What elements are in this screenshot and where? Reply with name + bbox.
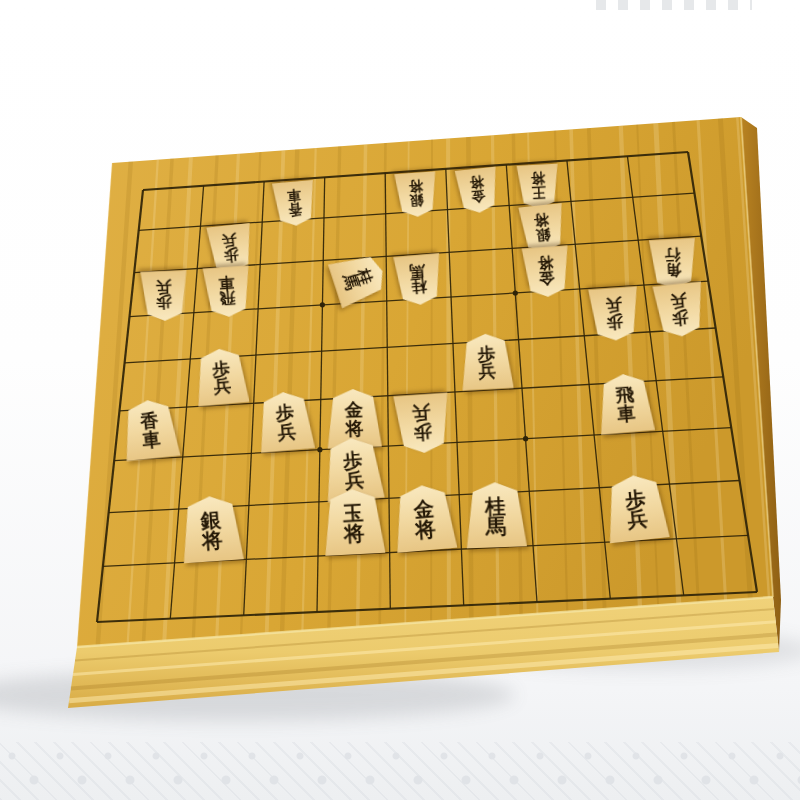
piece-kanji: 兵 xyxy=(155,279,171,295)
piece-kanji: 将 xyxy=(408,179,423,194)
piece-face: 歩兵 xyxy=(256,390,315,453)
shogi-piece-gold-gote[interactable]: 金将 xyxy=(455,166,501,214)
shogi-piece-rook-gote[interactable]: 飛車 xyxy=(203,266,252,319)
shogi-piece-pawn-gote[interactable]: 歩兵 xyxy=(653,282,707,339)
shogi-piece-king-gote[interactable]: 王将 xyxy=(517,163,560,209)
piece-face: 王将 xyxy=(517,163,560,209)
piece-kanji: 馬 xyxy=(340,272,360,292)
piece-kanji: 兵 xyxy=(627,508,650,531)
piece-face: 歩兵 xyxy=(604,472,671,543)
shogi-board[interactable]: 香車銀将金将王将歩兵銀将歩兵飛車桂馬桂馬金将角行歩兵歩兵歩兵歩兵香車歩兵金将歩兵… xyxy=(0,0,800,800)
piece-kanji: 将 xyxy=(533,212,549,228)
piece-face: 金将 xyxy=(455,166,501,214)
shogi-piece-pawn-sente[interactable]: 歩兵 xyxy=(256,390,315,453)
piece-face: 香車 xyxy=(272,179,317,227)
shogi-piece-king-sente[interactable]: 玉将 xyxy=(322,488,386,556)
shogi-piece-knight-sente[interactable]: 桂馬 xyxy=(464,481,526,548)
shogi-piece-rook-sente[interactable]: 飛車 xyxy=(596,371,655,434)
piece-face: 金将 xyxy=(392,483,458,553)
piece-kanji: 馬 xyxy=(485,516,506,537)
piece-face: 歩兵 xyxy=(193,346,249,406)
piece-face: 歩兵 xyxy=(653,282,707,339)
piece-face: 桂馬 xyxy=(394,254,444,308)
piece-kanji: 将 xyxy=(469,175,484,190)
piece-face: 香車 xyxy=(120,397,180,461)
piece-kanji: 馬 xyxy=(409,263,426,280)
piece-kanji: 兵 xyxy=(412,403,432,423)
piece-kanji: 歩 xyxy=(606,312,624,330)
piece-kanji: 王 xyxy=(531,185,546,200)
piece-kanji: 兵 xyxy=(277,422,297,442)
piece-kanji: 兵 xyxy=(605,296,623,314)
piece-kanji: 将 xyxy=(345,419,364,438)
shogi-piece-pawn-gote[interactable]: 歩兵 xyxy=(589,286,641,342)
piece-kanji: 兵 xyxy=(670,292,688,310)
piece-kanji: 車 xyxy=(286,187,301,202)
shogi-piece-pawn-sente[interactable]: 歩兵 xyxy=(604,472,671,543)
shogi-piece-pawn-sente[interactable]: 歩兵 xyxy=(193,346,249,406)
hoshi-dot xyxy=(320,302,325,307)
shogi-piece-lance-gote[interactable]: 香車 xyxy=(272,179,317,227)
piece-kanji: 兵 xyxy=(478,362,496,380)
hoshi-dot xyxy=(317,447,322,452)
shogi-piece-knight-gote[interactable]: 桂馬 xyxy=(394,254,444,308)
piece-kanji: 銀 xyxy=(409,193,424,208)
shogi-piece-silver-gote[interactable]: 銀将 xyxy=(394,171,438,218)
page: { "game": { "name": "Shogi (Japanese che… xyxy=(0,0,800,800)
piece-kanji: 行 xyxy=(664,247,680,264)
piece-kanji: 車 xyxy=(141,430,161,450)
shogi-piece-gold-gote[interactable]: 金将 xyxy=(521,246,570,299)
product-photo-stage: 香車銀将金将王将歩兵銀将歩兵飛車桂馬桂馬金将角行歩兵歩兵歩兵歩兵香車歩兵金将歩兵… xyxy=(0,0,800,800)
piece-kanji: 兵 xyxy=(344,470,365,491)
piece-kanji: 車 xyxy=(616,404,636,424)
piece-face: 桂馬 xyxy=(464,481,526,548)
shogi-piece-pawn-gote[interactable]: 歩兵 xyxy=(140,271,188,322)
piece-kanji: 車 xyxy=(219,275,236,292)
hoshi-dot xyxy=(523,436,528,441)
piece-kanji: 将 xyxy=(537,255,554,272)
hoshi-dot xyxy=(513,290,518,295)
piece-kanji: 将 xyxy=(414,519,436,541)
piece-face: 飛車 xyxy=(203,266,252,319)
piece-face: 歩兵 xyxy=(393,392,451,454)
piece-kanji: 将 xyxy=(531,171,546,186)
shogi-piece-pawn-sente[interactable]: 歩兵 xyxy=(460,332,514,390)
piece-kanji: 兵 xyxy=(213,377,232,396)
decorative-pattern-band xyxy=(0,742,800,800)
piece-kanji: 将 xyxy=(202,530,224,552)
piece-kanji: 兵 xyxy=(221,232,237,248)
piece-face: 金将 xyxy=(521,246,570,299)
piece-kanji: 将 xyxy=(343,523,365,545)
piece-face: 歩兵 xyxy=(140,271,188,322)
piece-face: 飛車 xyxy=(596,371,655,434)
piece-face: 玉将 xyxy=(322,488,386,556)
piece-kanji: 歩 xyxy=(156,295,172,311)
piece-face: 銀将 xyxy=(394,171,438,218)
piece-kanji: 角 xyxy=(665,262,681,279)
shogi-piece-lance-sente[interactable]: 香車 xyxy=(120,397,180,461)
piece-face: 銀将 xyxy=(179,494,244,563)
shogi-piece-gold-sente[interactable]: 金将 xyxy=(392,483,458,553)
shogi-piece-pawn-gote[interactable]: 歩兵 xyxy=(393,392,451,454)
piece-face: 歩兵 xyxy=(589,286,641,342)
shogi-piece-silver-sente[interactable]: 銀将 xyxy=(179,494,244,563)
piece-face: 歩兵 xyxy=(460,332,514,390)
